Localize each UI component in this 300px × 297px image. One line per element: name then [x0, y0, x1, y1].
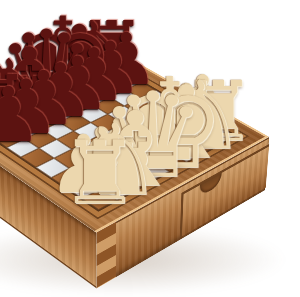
square-b1[interactable] — [101, 180, 135, 200]
square-e3[interactable] — [121, 133, 154, 151]
finger-joints-right — [96, 222, 116, 289]
chess-box — [0, 49, 269, 233]
square-c4[interactable] — [72, 141, 105, 160]
square-d2[interactable] — [120, 151, 153, 170]
square-d4[interactable] — [89, 132, 121, 150]
square-f2[interactable] — [154, 134, 187, 152]
square-b3[interactable] — [69, 159, 102, 178]
square-a6[interactable] — [6, 139, 39, 158]
square-f1[interactable] — [170, 143, 203, 162]
square-a5[interactable] — [21, 148, 54, 167]
square-c5[interactable] — [57, 131, 89, 149]
square-a3[interactable] — [51, 168, 85, 188]
square-a2[interactable] — [66, 179, 100, 199]
square-e1[interactable] — [153, 152, 186, 171]
square-b6[interactable] — [24, 130, 56, 148]
square-c3[interactable] — [87, 150, 120, 169]
drawer-notch-handle[interactable] — [199, 173, 221, 197]
square-a4[interactable] — [36, 158, 69, 177]
square-b2[interactable] — [85, 169, 119, 189]
scene — [0, 0, 300, 297]
square-a1[interactable] — [82, 189, 116, 210]
square-d3[interactable] — [104, 142, 137, 161]
square-e2[interactable] — [137, 143, 170, 162]
square-c2[interactable] — [102, 160, 135, 179]
square-b5[interactable] — [39, 140, 72, 159]
square-d1[interactable] — [136, 161, 169, 181]
chess-set-photo: ♜♞♝♛♚♝♞♜♟♟♟♟♟♟♟♟♟♟♟♟♟♟♟♟♜♞♝♛♚♝♞♜ — [0, 0, 300, 297]
square-b4[interactable] — [54, 149, 87, 168]
square-c1[interactable] — [118, 170, 152, 190]
square-g1[interactable] — [186, 135, 219, 153]
